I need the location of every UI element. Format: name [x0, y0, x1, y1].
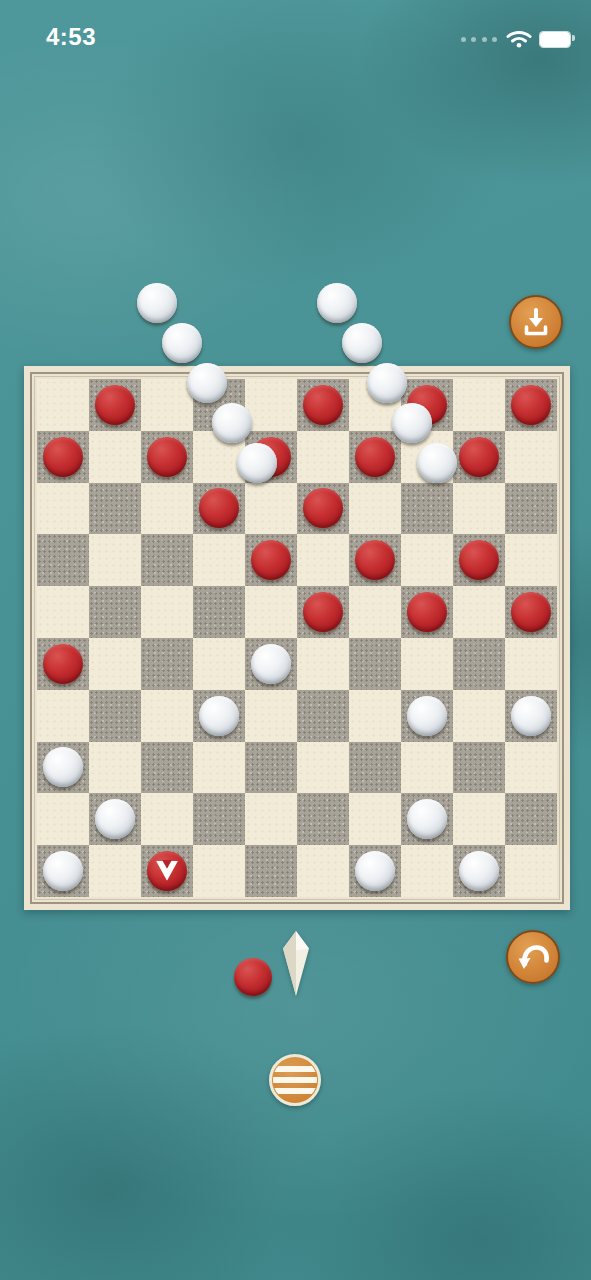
board-cell[interactable]	[349, 793, 401, 845]
board-cell[interactable]	[37, 586, 89, 638]
red-checker[interactable]	[459, 540, 499, 580]
board-cell[interactable]	[245, 586, 297, 638]
down-triangle-badge-icon	[156, 861, 178, 881]
board-cell[interactable]	[297, 845, 349, 897]
board-cell[interactable]	[37, 638, 89, 690]
red-checker[interactable]	[407, 592, 447, 632]
board-cell[interactable]	[349, 690, 401, 742]
white-checker[interactable]	[251, 644, 291, 684]
board-cell[interactable]	[297, 793, 349, 845]
board-cell[interactable]	[141, 586, 193, 638]
hamburger-stripes-icon	[273, 1058, 317, 1102]
board-cell[interactable]	[505, 534, 557, 586]
board-cell[interactable]	[193, 483, 245, 535]
board-cell[interactable]	[37, 431, 89, 483]
captured-white-piece	[137, 283, 177, 323]
white-checker[interactable]	[95, 799, 135, 839]
board-cell[interactable]	[505, 586, 557, 638]
draughts-board	[24, 366, 570, 910]
cellular-dots-icon	[461, 37, 498, 42]
captured-white-piece	[392, 403, 432, 443]
board-cell[interactable]	[453, 638, 505, 690]
board-cell[interactable]	[89, 793, 141, 845]
board-cell[interactable]	[37, 534, 89, 586]
white-checker[interactable]	[407, 696, 447, 736]
board-cell[interactable]	[453, 379, 505, 431]
board-cell[interactable]	[297, 483, 349, 535]
board-cell[interactable]	[141, 379, 193, 431]
board-cell[interactable]	[401, 586, 453, 638]
board-cell[interactable]	[37, 483, 89, 535]
board-cell[interactable]	[89, 690, 141, 742]
board-cell[interactable]	[141, 534, 193, 586]
board-cell[interactable]	[297, 742, 349, 794]
red-checker[interactable]	[199, 488, 239, 528]
board-cell[interactable]	[193, 690, 245, 742]
board-cell[interactable]	[297, 534, 349, 586]
board-cell[interactable]	[401, 793, 453, 845]
board-cell[interactable]	[89, 431, 141, 483]
red-checker[interactable]	[43, 644, 83, 684]
board-cell[interactable]	[37, 690, 89, 742]
captured-red-piece	[234, 958, 272, 996]
board-cell[interactable]	[349, 845, 401, 897]
board-cell[interactable]	[297, 379, 349, 431]
board-cell[interactable]	[37, 793, 89, 845]
red-checker[interactable]	[303, 592, 343, 632]
battery-full-icon	[539, 31, 571, 48]
red-checker[interactable]	[303, 385, 343, 425]
download-tray-icon	[519, 305, 553, 339]
board-cell[interactable]	[89, 742, 141, 794]
board-cell[interactable]	[401, 483, 453, 535]
board-cell[interactable]	[245, 845, 297, 897]
board-field	[37, 379, 557, 897]
board-cell[interactable]	[505, 638, 557, 690]
board-cell[interactable]	[193, 534, 245, 586]
board-cell[interactable]	[141, 690, 193, 742]
download-button[interactable]	[509, 295, 563, 349]
board-cell[interactable]	[505, 742, 557, 794]
board-cell[interactable]	[141, 483, 193, 535]
board-cell[interactable]	[349, 431, 401, 483]
red-checker[interactable]	[251, 540, 291, 580]
checkers-app-screen: 4:53	[0, 0, 591, 1280]
board-cell[interactable]	[297, 690, 349, 742]
board-cell[interactable]	[141, 742, 193, 794]
board-cell[interactable]	[89, 586, 141, 638]
board-cell[interactable]	[245, 742, 297, 794]
board-cell[interactable]	[245, 638, 297, 690]
red-checker[interactable]	[303, 488, 343, 528]
board-cell[interactable]	[89, 534, 141, 586]
undo-arrow-icon	[515, 939, 551, 975]
board-cell[interactable]	[349, 638, 401, 690]
board-cell[interactable]	[505, 793, 557, 845]
red-checker[interactable]	[355, 540, 395, 580]
board-cell[interactable]	[505, 431, 557, 483]
red-checker[interactable]	[459, 437, 499, 477]
board-cell[interactable]	[141, 845, 193, 897]
captured-white-tray-right	[317, 283, 458, 323]
board-cell[interactable]	[349, 483, 401, 535]
captured-white-tray-left	[137, 283, 278, 323]
wifi-icon	[506, 30, 532, 48]
board-cell[interactable]	[245, 690, 297, 742]
board-cell[interactable]	[89, 845, 141, 897]
board-cell[interactable]	[453, 742, 505, 794]
board-cell[interactable]	[401, 742, 453, 794]
white-checker[interactable]	[459, 851, 499, 891]
board-cell[interactable]	[245, 483, 297, 535]
board-cell[interactable]	[505, 483, 557, 535]
red-checker[interactable]	[511, 385, 551, 425]
board-cell[interactable]	[297, 431, 349, 483]
board-cell[interactable]	[505, 845, 557, 897]
board-cell[interactable]	[401, 690, 453, 742]
red-checker[interactable]	[147, 437, 187, 477]
board-cell[interactable]	[453, 793, 505, 845]
board-cell[interactable]	[401, 845, 453, 897]
board-cell[interactable]	[141, 793, 193, 845]
board-cell[interactable]	[401, 638, 453, 690]
red-checker[interactable]	[43, 437, 83, 477]
board-cell[interactable]	[245, 534, 297, 586]
captured-white-piece	[237, 443, 277, 483]
board-cell[interactable]	[349, 586, 401, 638]
board-cell[interactable]	[193, 742, 245, 794]
board-cell[interactable]	[89, 379, 141, 431]
captured-white-piece	[417, 443, 457, 483]
board-cell[interactable]	[453, 586, 505, 638]
board-cell[interactable]	[193, 793, 245, 845]
board-cell[interactable]	[505, 379, 557, 431]
board-cell[interactable]	[349, 742, 401, 794]
board-cell[interactable]	[37, 845, 89, 897]
white-checker[interactable]	[43, 851, 83, 891]
board-cell[interactable]	[37, 742, 89, 794]
board-cell[interactable]	[453, 431, 505, 483]
board-cell[interactable]	[453, 845, 505, 897]
board-cell[interactable]	[193, 845, 245, 897]
board-cell[interactable]	[141, 431, 193, 483]
board-cell[interactable]	[89, 483, 141, 535]
white-checker[interactable]	[199, 696, 239, 736]
captured-white-piece	[342, 323, 382, 363]
red-checker[interactable]	[511, 592, 551, 632]
board-cell[interactable]	[245, 379, 297, 431]
board-cell[interactable]	[141, 638, 193, 690]
board-cell[interactable]	[297, 586, 349, 638]
board-cell[interactable]	[297, 638, 349, 690]
white-checker[interactable]	[43, 747, 83, 787]
board-cell[interactable]	[453, 690, 505, 742]
board-cell[interactable]	[37, 379, 89, 431]
captured-white-piece	[162, 323, 202, 363]
white-checker[interactable]	[511, 696, 551, 736]
board-cell[interactable]	[193, 586, 245, 638]
red-checker-marked[interactable]	[147, 851, 187, 891]
board-cell[interactable]	[245, 793, 297, 845]
red-checker[interactable]	[95, 385, 135, 425]
board-cell[interactable]	[453, 483, 505, 535]
board-cell[interactable]	[89, 638, 141, 690]
board-cell[interactable]	[193, 638, 245, 690]
menu-button[interactable]	[269, 1054, 321, 1106]
status-bar-icons	[461, 30, 572, 48]
captured-white-piece	[187, 363, 227, 403]
board-cell[interactable]	[349, 534, 401, 586]
board-cell[interactable]	[505, 690, 557, 742]
undo-button[interactable]	[506, 930, 560, 984]
clock-time: 4:53	[46, 23, 96, 51]
board-cell[interactable]	[453, 534, 505, 586]
captured-white-piece	[367, 363, 407, 403]
red-checker[interactable]	[355, 437, 395, 477]
board-cell[interactable]	[401, 534, 453, 586]
white-checker[interactable]	[407, 799, 447, 839]
captured-white-piece	[212, 403, 252, 443]
white-checker[interactable]	[355, 851, 395, 891]
captured-white-piece	[317, 283, 357, 323]
turn-indicator-crystal	[283, 931, 309, 996]
